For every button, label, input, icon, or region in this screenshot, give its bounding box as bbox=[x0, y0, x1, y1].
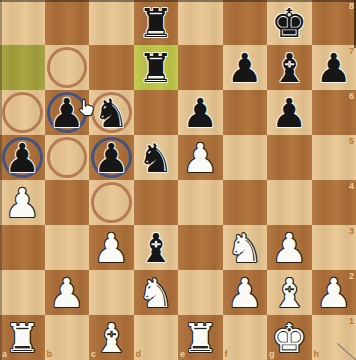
square-e5[interactable]: ♟ bbox=[178, 135, 223, 180]
piece-black-bishop[interactable]: ♝ bbox=[267, 45, 312, 90]
file-label-a: a bbox=[2, 349, 7, 359]
square-c4[interactable] bbox=[89, 180, 134, 225]
square-g1[interactable]: ♚g bbox=[267, 315, 312, 360]
annotation-circle-brown bbox=[47, 137, 88, 178]
square-a8[interactable] bbox=[0, 0, 45, 45]
piece-black-rook[interactable]: ♜ bbox=[134, 0, 179, 45]
square-d1[interactable]: d bbox=[134, 315, 179, 360]
square-c6[interactable]: ♞ bbox=[89, 90, 134, 135]
rank-label-2: 2 bbox=[349, 271, 354, 281]
square-f1[interactable]: f bbox=[223, 315, 268, 360]
square-g6[interactable]: ♟ bbox=[267, 90, 312, 135]
rank-label-1: 1 bbox=[349, 316, 354, 326]
square-a4[interactable]: ♟ bbox=[0, 180, 45, 225]
square-b7[interactable] bbox=[45, 45, 90, 90]
square-g8[interactable]: ♚ bbox=[267, 0, 312, 45]
hand-pointer-cursor bbox=[78, 98, 95, 121]
piece-white-pawn[interactable]: ♟ bbox=[0, 180, 45, 225]
chess-app-window: ♜♚8♜♟♝♟7♟♞♟♟6♟♟♞♟5♟4♟♝♞♟3♟♞♟♝♟2♜ab♝cd♜ef… bbox=[0, 0, 356, 360]
square-f3[interactable]: ♞ bbox=[223, 225, 268, 270]
square-g2[interactable]: ♝ bbox=[267, 270, 312, 315]
square-c8[interactable] bbox=[89, 0, 134, 45]
hand-pointer-icon bbox=[78, 98, 95, 117]
file-label-d: d bbox=[136, 349, 142, 359]
square-f8[interactable] bbox=[223, 0, 268, 45]
chess-board: ♜♚8♜♟♝♟7♟♞♟♟6♟♟♞♟5♟4♟♝♞♟3♟♞♟♝♟2♜ab♝cd♜ef… bbox=[0, 0, 356, 360]
piece-white-pawn[interactable]: ♟ bbox=[178, 135, 223, 180]
square-d8[interactable]: ♜ bbox=[134, 0, 179, 45]
square-f7[interactable]: ♟ bbox=[223, 45, 268, 90]
square-d2[interactable]: ♞ bbox=[134, 270, 179, 315]
piece-black-pawn[interactable]: ♟ bbox=[267, 90, 312, 135]
square-c1[interactable]: ♝c bbox=[89, 315, 134, 360]
piece-white-pawn[interactable]: ♟ bbox=[223, 270, 268, 315]
piece-black-knight[interactable]: ♞ bbox=[89, 90, 134, 135]
square-f6[interactable] bbox=[223, 90, 268, 135]
square-d3[interactable]: ♝ bbox=[134, 225, 179, 270]
square-g5[interactable] bbox=[267, 135, 312, 180]
rank-label-5: 5 bbox=[349, 136, 354, 146]
square-b3[interactable] bbox=[45, 225, 90, 270]
square-d4[interactable] bbox=[134, 180, 179, 225]
file-label-g: g bbox=[269, 349, 275, 359]
square-e4[interactable] bbox=[178, 180, 223, 225]
piece-white-pawn[interactable]: ♟ bbox=[45, 270, 90, 315]
square-e2[interactable] bbox=[178, 270, 223, 315]
piece-black-rook[interactable]: ♜ bbox=[134, 45, 179, 90]
square-c5[interactable]: ♟ bbox=[89, 135, 134, 180]
square-d5[interactable]: ♞ bbox=[134, 135, 179, 180]
square-a1[interactable]: ♜a bbox=[0, 315, 45, 360]
square-a6[interactable] bbox=[0, 90, 45, 135]
file-label-e: e bbox=[180, 349, 185, 359]
square-h8[interactable]: 8 bbox=[312, 0, 356, 45]
square-a7[interactable] bbox=[0, 45, 45, 90]
square-b1[interactable]: b bbox=[45, 315, 90, 360]
rank-label-6: 6 bbox=[349, 91, 354, 101]
square-e8[interactable] bbox=[178, 0, 223, 45]
square-h6[interactable]: 6 bbox=[312, 90, 356, 135]
file-label-b: b bbox=[47, 349, 53, 359]
rank-label-7: 7 bbox=[349, 46, 354, 56]
annotation-circle-brown bbox=[47, 47, 88, 88]
file-label-f: f bbox=[225, 349, 228, 359]
square-g3[interactable]: ♟ bbox=[267, 225, 312, 270]
file-label-h: h bbox=[314, 349, 320, 359]
piece-black-pawn[interactable]: ♟ bbox=[223, 45, 268, 90]
square-g4[interactable] bbox=[267, 180, 312, 225]
square-b5[interactable] bbox=[45, 135, 90, 180]
piece-white-bishop[interactable]: ♝ bbox=[267, 270, 312, 315]
piece-black-king[interactable]: ♚ bbox=[267, 0, 312, 45]
piece-black-pawn[interactable]: ♟ bbox=[178, 90, 223, 135]
square-h7[interactable]: ♟7 bbox=[312, 45, 356, 90]
square-f2[interactable]: ♟ bbox=[223, 270, 268, 315]
square-b2[interactable]: ♟ bbox=[45, 270, 90, 315]
piece-white-pawn[interactable]: ♟ bbox=[267, 225, 312, 270]
square-e1[interactable]: ♜e bbox=[178, 315, 223, 360]
square-h5[interactable]: 5 bbox=[312, 135, 356, 180]
rank-label-3: 3 bbox=[349, 226, 354, 236]
square-h3[interactable]: 3 bbox=[312, 225, 356, 270]
rank-label-8: 8 bbox=[349, 1, 354, 11]
piece-black-pawn[interactable]: ♟ bbox=[0, 135, 45, 180]
square-a3[interactable] bbox=[0, 225, 45, 270]
square-e7[interactable] bbox=[178, 45, 223, 90]
square-h1[interactable]: h1 bbox=[312, 315, 356, 360]
square-c7[interactable] bbox=[89, 45, 134, 90]
square-h4[interactable]: 4 bbox=[312, 180, 356, 225]
square-a5[interactable]: ♟ bbox=[0, 135, 45, 180]
piece-black-knight[interactable]: ♞ bbox=[134, 135, 179, 180]
square-d7[interactable]: ♜ bbox=[134, 45, 179, 90]
square-e6[interactable]: ♟ bbox=[178, 90, 223, 135]
square-e3[interactable] bbox=[178, 225, 223, 270]
square-b8[interactable] bbox=[45, 0, 90, 45]
piece-white-knight[interactable]: ♞ bbox=[134, 270, 179, 315]
annotation-circle-brown bbox=[91, 182, 132, 223]
piece-black-bishop[interactable]: ♝ bbox=[134, 225, 179, 270]
square-a2[interactable] bbox=[0, 270, 45, 315]
square-b4[interactable] bbox=[45, 180, 90, 225]
piece-white-knight[interactable]: ♞ bbox=[223, 225, 268, 270]
piece-black-pawn[interactable]: ♟ bbox=[89, 135, 134, 180]
file-label-c: c bbox=[91, 349, 96, 359]
square-d6[interactable] bbox=[134, 90, 179, 135]
square-h2[interactable]: ♟2 bbox=[312, 270, 356, 315]
piece-white-pawn[interactable]: ♟ bbox=[89, 225, 134, 270]
annotation-circle-brown bbox=[2, 92, 43, 133]
square-f4[interactable] bbox=[223, 180, 268, 225]
square-c2[interactable] bbox=[89, 270, 134, 315]
square-c3[interactable]: ♟ bbox=[89, 225, 134, 270]
square-g7[interactable]: ♝ bbox=[267, 45, 312, 90]
square-f5[interactable] bbox=[223, 135, 268, 180]
rank-label-4: 4 bbox=[349, 181, 354, 191]
